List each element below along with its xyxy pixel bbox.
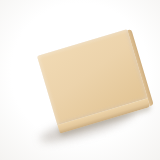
scene (0, 0, 160, 160)
ring-display-tray (37, 29, 150, 134)
